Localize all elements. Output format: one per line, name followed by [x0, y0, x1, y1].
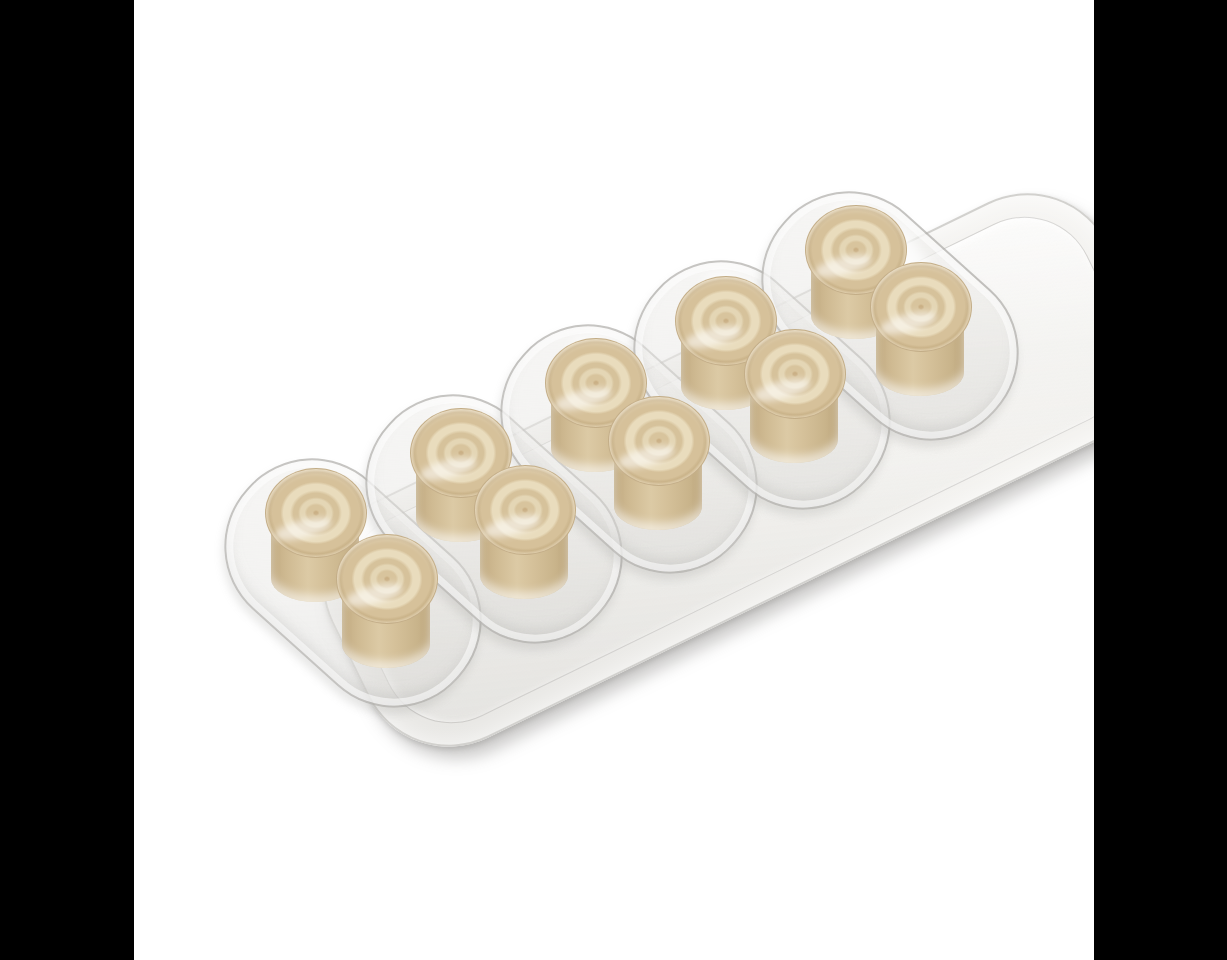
letterbox-right-bar	[1094, 0, 1227, 960]
cap-gloss-highlight	[683, 321, 744, 352]
cap-gloss-highlight	[813, 250, 874, 281]
cap-top-face	[744, 329, 846, 419]
photo-background	[134, 0, 1094, 960]
cap-gloss-highlight	[482, 510, 543, 541]
cap-2	[336, 534, 436, 668]
cap-10	[870, 262, 970, 396]
cap-gloss-highlight	[418, 453, 479, 484]
cap-top-face	[608, 396, 710, 486]
letterbox-left-bar	[0, 0, 134, 960]
cap-4	[474, 465, 574, 599]
cap-gloss-highlight	[553, 383, 614, 414]
cap-top-face	[474, 465, 576, 555]
cap-gloss-highlight	[273, 513, 334, 544]
cap-top-face	[870, 262, 972, 352]
photo-canvas	[0, 0, 1227, 960]
cap-gloss-highlight	[344, 579, 405, 610]
cap-gloss-highlight	[878, 307, 939, 338]
cap-gloss-highlight	[616, 441, 677, 472]
cap-gloss-highlight	[752, 374, 813, 405]
cap-top-face	[336, 534, 438, 624]
cap-8	[744, 329, 844, 463]
cap-6	[608, 396, 708, 530]
